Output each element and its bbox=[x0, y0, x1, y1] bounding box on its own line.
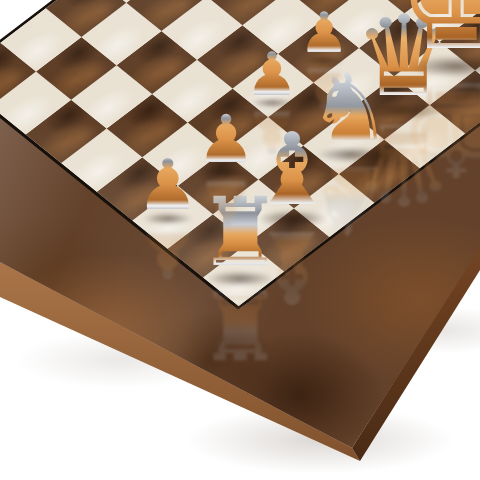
chessboard-photo-scene: ♜♜♟♟♟♟♝♝♞♞♟♟♟♟♛♛♚♚ bbox=[0, 0, 480, 480]
